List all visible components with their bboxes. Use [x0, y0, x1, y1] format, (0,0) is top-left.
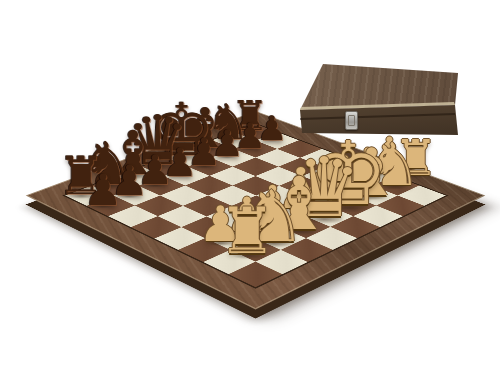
- chess-board: [25, 111, 485, 310]
- product-photo-scene: ♜♞♝♛♚♝♞♜♟♟♟♟♟♟♟♟♟♟♟♟♟♟♟♟♜♞♝♛♚♝♞♜: [0, 0, 500, 375]
- playing-area: [62, 123, 448, 289]
- wooden-storage-box: [296, 58, 466, 140]
- box-clasp-icon: [345, 111, 358, 130]
